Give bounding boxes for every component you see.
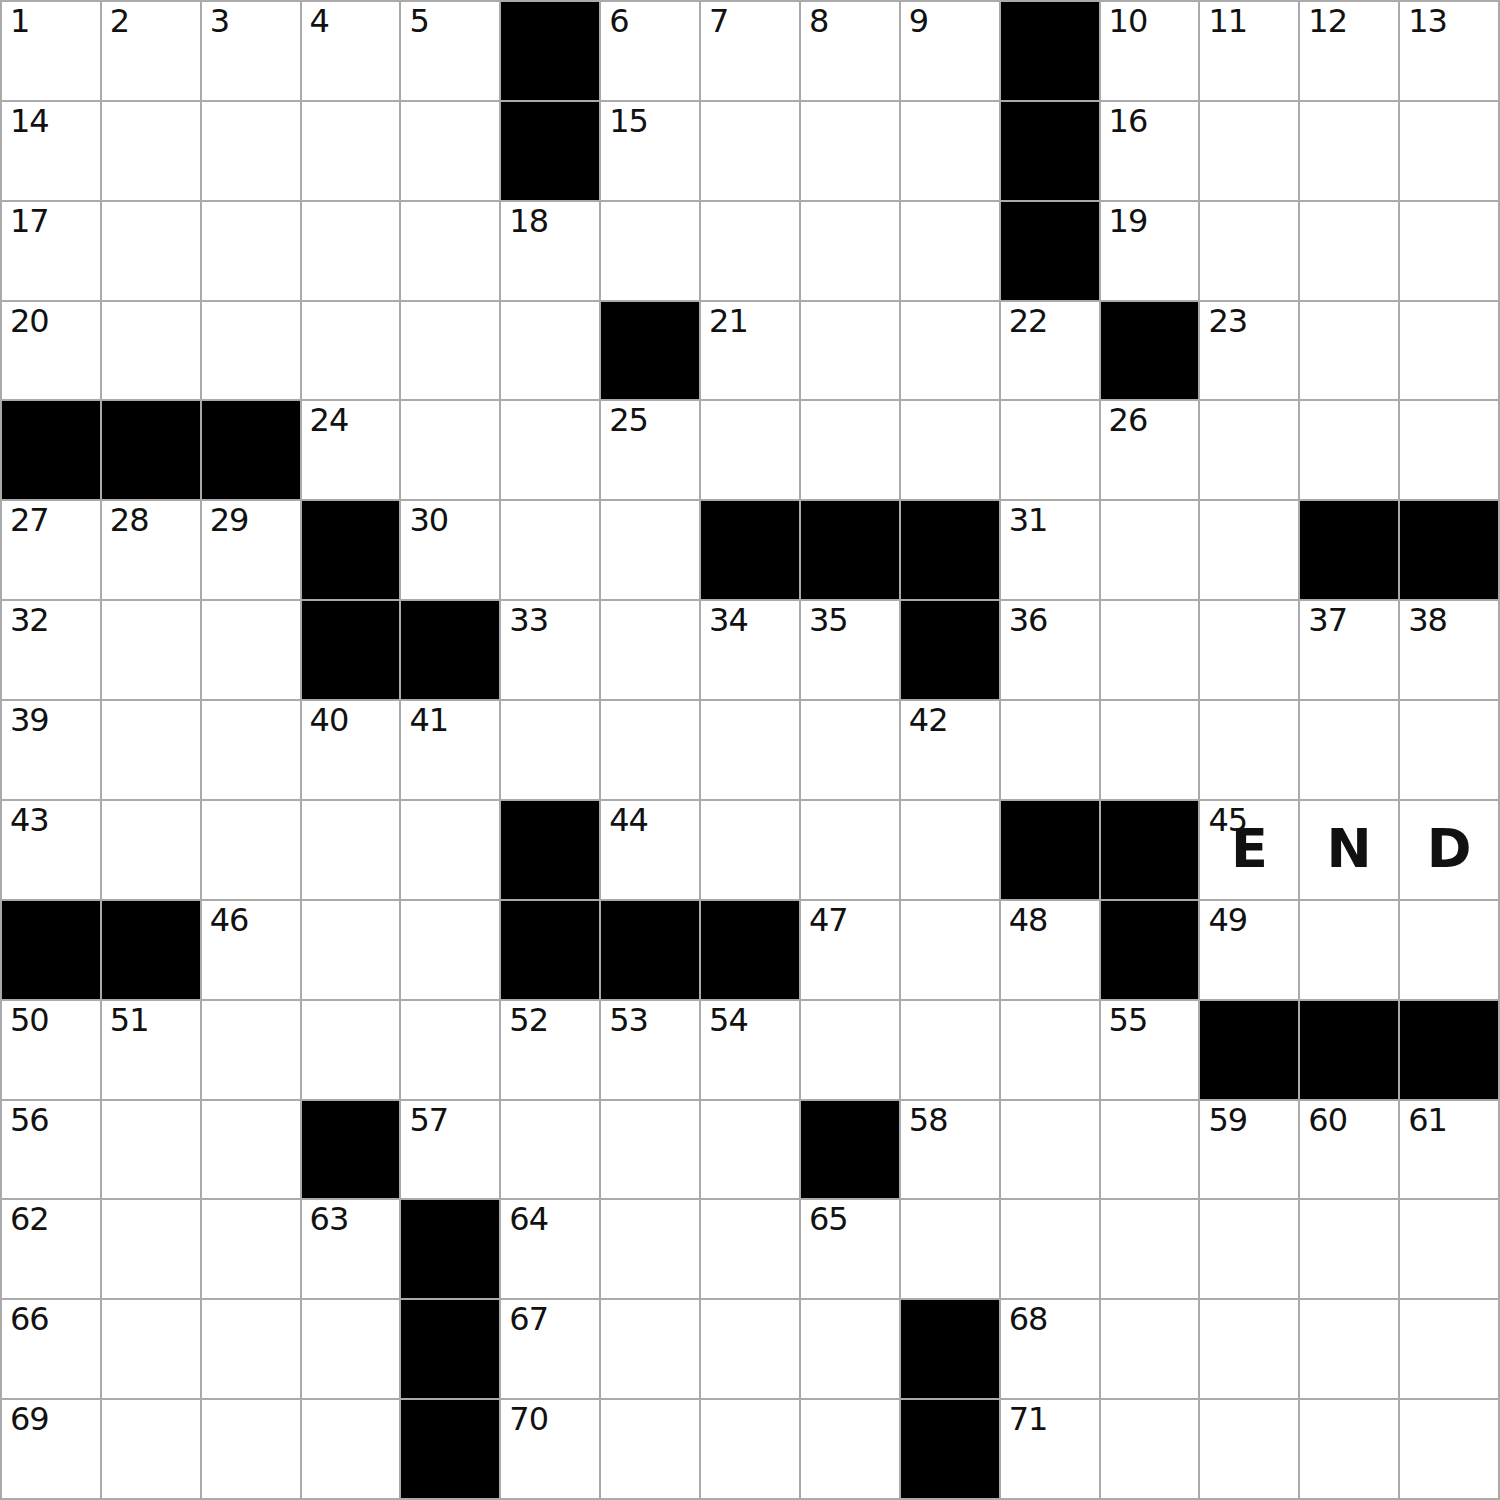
white-cell[interactable]: 56 <box>2 1101 100 1199</box>
clue-number: 36 <box>1009 603 1048 638</box>
clue-number: 66 <box>10 1302 49 1337</box>
white-cell[interactable]: 6 <box>601 2 699 100</box>
white-cell[interactable] <box>701 801 799 899</box>
white-cell[interactable] <box>1300 1400 1398 1498</box>
white-cell[interactable] <box>501 1101 599 1199</box>
white-cell[interactable] <box>1001 401 1099 499</box>
white-cell[interactable] <box>401 801 499 899</box>
white-cell[interactable] <box>1101 501 1199 599</box>
white-cell[interactable] <box>601 1400 699 1498</box>
white-cell[interactable] <box>1300 401 1398 499</box>
white-cell[interactable]: 45E <box>1200 801 1298 899</box>
white-cell[interactable] <box>601 701 699 799</box>
white-cell[interactable] <box>202 1101 300 1199</box>
clue-number: 50 <box>10 1003 49 1038</box>
clue-number: 21 <box>709 304 748 339</box>
white-cell[interactable]: 47 <box>801 901 899 999</box>
clue-number: 40 <box>310 703 349 738</box>
black-cell <box>1001 102 1099 200</box>
white-cell[interactable] <box>1300 302 1398 400</box>
white-cell[interactable]: 15 <box>601 102 699 200</box>
clue-number: 44 <box>609 803 648 838</box>
clue-number: 39 <box>10 703 49 738</box>
black-cell <box>801 501 899 599</box>
white-cell[interactable]: 64 <box>501 1200 599 1298</box>
clue-number: 64 <box>509 1202 548 1237</box>
white-cell[interactable] <box>1400 1300 1498 1398</box>
white-cell[interactable]: 60 <box>1300 1101 1398 1199</box>
white-cell[interactable]: 3 <box>202 2 300 100</box>
white-cell[interactable] <box>901 302 999 400</box>
black-cell <box>501 102 599 200</box>
white-cell[interactable]: 38 <box>1400 601 1498 699</box>
white-cell[interactable] <box>701 1300 799 1398</box>
white-cell[interactable]: 8 <box>801 2 899 100</box>
white-cell[interactable]: 22 <box>1001 302 1099 400</box>
black-cell <box>501 901 599 999</box>
white-cell[interactable] <box>601 1200 699 1298</box>
white-cell[interactable]: 11 <box>1200 2 1298 100</box>
white-cell[interactable]: 66 <box>2 1300 100 1398</box>
clue-number: 13 <box>1408 4 1447 39</box>
white-cell[interactable] <box>202 1300 300 1398</box>
white-cell[interactable]: 35 <box>801 601 899 699</box>
white-cell[interactable]: 4 <box>302 2 400 100</box>
cell-letter: E <box>1231 817 1268 880</box>
black-cell <box>302 1101 400 1199</box>
white-cell[interactable]: 53 <box>601 1001 699 1099</box>
white-cell[interactable] <box>801 801 899 899</box>
white-cell[interactable] <box>1300 102 1398 200</box>
black-cell <box>501 801 599 899</box>
white-cell[interactable]: 49 <box>1200 901 1298 999</box>
clue-number: 68 <box>1009 1302 1048 1337</box>
clue-number: 32 <box>10 603 49 638</box>
clue-number: 60 <box>1308 1103 1347 1138</box>
white-cell[interactable] <box>1101 1101 1199 1199</box>
black-cell <box>1400 501 1498 599</box>
clue-number: 51 <box>110 1003 149 1038</box>
white-cell[interactable] <box>1300 1300 1398 1398</box>
clue-number: 62 <box>10 1202 49 1237</box>
white-cell[interactable] <box>1200 601 1298 699</box>
clue-number: 18 <box>509 204 548 239</box>
clue-number: 27 <box>10 503 49 538</box>
white-cell[interactable]: 50 <box>2 1001 100 1099</box>
white-cell[interactable] <box>1400 701 1498 799</box>
white-cell[interactable] <box>302 202 400 300</box>
white-cell[interactable] <box>601 601 699 699</box>
white-cell[interactable] <box>302 1400 400 1498</box>
black-cell <box>1001 801 1099 899</box>
white-cell[interactable]: 28 <box>102 501 200 599</box>
cell-letter: N <box>1327 817 1372 880</box>
black-cell <box>1200 1001 1298 1099</box>
white-cell[interactable] <box>102 601 200 699</box>
white-cell[interactable]: 16 <box>1101 102 1199 200</box>
white-cell[interactable] <box>1101 701 1199 799</box>
white-cell[interactable] <box>1400 202 1498 300</box>
white-cell[interactable]: 63 <box>302 1200 400 1298</box>
white-cell[interactable]: 44 <box>601 801 699 899</box>
white-cell[interactable] <box>1300 1200 1398 1298</box>
white-cell[interactable]: 65 <box>801 1200 899 1298</box>
white-cell[interactable]: 33 <box>501 601 599 699</box>
white-cell[interactable]: D <box>1400 801 1498 899</box>
clue-number: 9 <box>909 4 928 39</box>
clue-number: 8 <box>809 4 828 39</box>
white-cell[interactable] <box>401 401 499 499</box>
white-cell[interactable] <box>901 1001 999 1099</box>
clue-number: 24 <box>310 403 349 438</box>
clue-number: 20 <box>10 304 49 339</box>
white-cell[interactable]: 43 <box>2 801 100 899</box>
black-cell <box>1400 1001 1498 1099</box>
white-cell[interactable] <box>102 202 200 300</box>
clue-number: 47 <box>809 903 848 938</box>
white-cell[interactable]: 9 <box>901 2 999 100</box>
white-cell[interactable] <box>202 801 300 899</box>
white-cell[interactable]: 24 <box>302 401 400 499</box>
clue-number: 59 <box>1208 1103 1247 1138</box>
black-cell <box>1300 1001 1398 1099</box>
black-cell <box>901 1400 999 1498</box>
clue-number: 58 <box>909 1103 948 1138</box>
white-cell[interactable] <box>701 1200 799 1298</box>
white-cell[interactable]: 14 <box>2 102 100 200</box>
white-cell[interactable] <box>701 401 799 499</box>
clue-number: 6 <box>609 4 628 39</box>
black-cell <box>1101 302 1199 400</box>
clue-number: 25 <box>609 403 648 438</box>
white-cell[interactable]: 67 <box>501 1300 599 1398</box>
clue-number: 65 <box>809 1202 848 1237</box>
black-cell <box>302 601 400 699</box>
black-cell <box>102 401 200 499</box>
clue-number: 4 <box>310 4 329 39</box>
white-cell[interactable] <box>1101 601 1199 699</box>
white-cell[interactable] <box>601 202 699 300</box>
white-cell[interactable] <box>901 901 999 999</box>
black-cell <box>401 1400 499 1498</box>
black-cell <box>701 901 799 999</box>
white-cell[interactable] <box>901 202 999 300</box>
clue-number: 46 <box>210 903 249 938</box>
white-cell[interactable]: 54 <box>701 1001 799 1099</box>
clue-number: 70 <box>509 1402 548 1437</box>
clue-number: 43 <box>10 803 49 838</box>
clue-number: 3 <box>210 4 229 39</box>
white-cell[interactable] <box>1200 1200 1298 1298</box>
black-cell <box>401 1300 499 1398</box>
white-cell[interactable] <box>102 302 200 400</box>
clue-number: 26 <box>1109 403 1148 438</box>
white-cell[interactable] <box>1001 1101 1099 1199</box>
white-cell[interactable]: 12 <box>1300 2 1398 100</box>
white-cell[interactable] <box>202 102 300 200</box>
white-cell[interactable]: 25 <box>601 401 699 499</box>
white-cell[interactable]: 52 <box>501 1001 599 1099</box>
black-cell <box>1101 901 1199 999</box>
clue-number: 41 <box>409 703 448 738</box>
white-cell[interactable]: 41 <box>401 701 499 799</box>
white-cell[interactable] <box>1400 302 1498 400</box>
black-cell <box>601 901 699 999</box>
white-cell[interactable] <box>801 302 899 400</box>
white-cell[interactable] <box>701 1400 799 1498</box>
clue-number: 10 <box>1109 4 1148 39</box>
white-cell[interactable] <box>401 202 499 300</box>
white-cell[interactable]: 18 <box>501 202 599 300</box>
white-cell[interactable] <box>1400 901 1498 999</box>
white-cell[interactable] <box>1400 1400 1498 1498</box>
white-cell[interactable]: 48 <box>1001 901 1099 999</box>
clue-number: 37 <box>1308 603 1347 638</box>
white-cell[interactable] <box>302 1001 400 1099</box>
white-cell[interactable] <box>1300 202 1398 300</box>
black-cell <box>102 901 200 999</box>
clue-number: 63 <box>310 1202 349 1237</box>
black-cell <box>401 601 499 699</box>
clue-number: 29 <box>210 503 249 538</box>
white-cell[interactable] <box>801 1400 899 1498</box>
clue-number: 19 <box>1109 204 1148 239</box>
white-cell[interactable]: 27 <box>2 501 100 599</box>
black-cell <box>901 601 999 699</box>
black-cell <box>2 901 100 999</box>
white-cell[interactable] <box>1200 1300 1298 1398</box>
white-cell[interactable] <box>701 1101 799 1199</box>
white-cell[interactable]: 55 <box>1101 1001 1199 1099</box>
clue-number: 2 <box>110 4 129 39</box>
white-cell[interactable]: 23 <box>1200 302 1298 400</box>
white-cell[interactable] <box>601 501 699 599</box>
white-cell[interactable] <box>302 901 400 999</box>
black-cell <box>1101 801 1199 899</box>
white-cell[interactable] <box>501 302 599 400</box>
black-cell <box>801 1101 899 1199</box>
white-cell[interactable] <box>1001 1200 1099 1298</box>
white-cell[interactable] <box>1101 1300 1199 1398</box>
clue-number: 42 <box>909 703 948 738</box>
clue-number: 49 <box>1208 903 1247 938</box>
white-cell[interactable] <box>1001 1001 1099 1099</box>
white-cell[interactable] <box>1101 1200 1199 1298</box>
white-cell[interactable] <box>701 701 799 799</box>
white-cell[interactable] <box>1400 102 1498 200</box>
black-cell <box>202 401 300 499</box>
cell-letter: D <box>1427 817 1472 880</box>
white-cell[interactable]: 2 <box>102 2 200 100</box>
white-cell[interactable] <box>401 901 499 999</box>
white-cell[interactable] <box>302 1300 400 1398</box>
clue-number: 34 <box>709 603 748 638</box>
clue-number: 55 <box>1109 1003 1148 1038</box>
black-cell <box>401 1200 499 1298</box>
white-cell[interactable] <box>1200 701 1298 799</box>
clue-number: 35 <box>809 603 848 638</box>
white-cell[interactable] <box>701 202 799 300</box>
clue-number: 1 <box>10 4 29 39</box>
white-cell[interactable] <box>202 601 300 699</box>
white-cell[interactable]: 46 <box>202 901 300 999</box>
white-cell[interactable]: 31 <box>1001 501 1099 599</box>
black-cell <box>2 401 100 499</box>
white-cell[interactable]: 68 <box>1001 1300 1099 1398</box>
clue-number: 31 <box>1009 503 1048 538</box>
white-cell[interactable]: 70 <box>501 1400 599 1498</box>
white-cell[interactable] <box>102 1101 200 1199</box>
white-cell[interactable] <box>1400 1200 1498 1298</box>
white-cell[interactable] <box>302 801 400 899</box>
white-cell[interactable] <box>1200 501 1298 599</box>
white-cell[interactable]: 19 <box>1101 202 1199 300</box>
white-cell[interactable] <box>1200 102 1298 200</box>
black-cell <box>601 302 699 400</box>
black-cell <box>1001 2 1099 100</box>
white-cell[interactable]: 34 <box>701 601 799 699</box>
white-cell[interactable]: 1 <box>2 2 100 100</box>
clue-number: 7 <box>709 4 728 39</box>
white-cell[interactable] <box>801 701 899 799</box>
white-cell[interactable]: 20 <box>2 302 100 400</box>
clue-number: 61 <box>1408 1103 1447 1138</box>
white-cell[interactable]: 39 <box>2 701 100 799</box>
white-cell[interactable]: N <box>1300 801 1398 899</box>
clue-number: 38 <box>1408 603 1447 638</box>
clue-number: 48 <box>1009 903 1048 938</box>
clue-number: 16 <box>1109 104 1148 139</box>
white-cell[interactable]: 42 <box>901 701 999 799</box>
white-cell[interactable] <box>801 102 899 200</box>
white-cell[interactable] <box>1200 202 1298 300</box>
clue-number: 53 <box>609 1003 648 1038</box>
white-cell[interactable] <box>401 302 499 400</box>
white-cell[interactable] <box>202 1001 300 1099</box>
white-cell[interactable] <box>302 102 400 200</box>
white-cell[interactable] <box>501 701 599 799</box>
white-cell[interactable] <box>202 701 300 799</box>
white-cell[interactable] <box>102 701 200 799</box>
white-cell[interactable] <box>1200 1400 1298 1498</box>
white-cell[interactable]: 13 <box>1400 2 1498 100</box>
white-cell[interactable]: 5 <box>401 2 499 100</box>
clue-number: 22 <box>1009 304 1048 339</box>
white-cell[interactable] <box>302 302 400 400</box>
crossword-board: 1234567891011121314151617181920212223242… <box>0 0 1500 1500</box>
white-cell[interactable]: 58 <box>901 1101 999 1199</box>
white-cell[interactable]: 36 <box>1001 601 1099 699</box>
white-cell[interactable]: 69 <box>2 1400 100 1498</box>
white-cell[interactable]: 51 <box>102 1001 200 1099</box>
black-cell <box>501 2 599 100</box>
white-cell[interactable] <box>901 102 999 200</box>
white-cell[interactable] <box>1001 701 1099 799</box>
white-cell[interactable] <box>801 1001 899 1099</box>
clue-number: 17 <box>10 204 49 239</box>
white-cell[interactable] <box>202 202 300 300</box>
clue-number: 5 <box>409 4 428 39</box>
black-cell <box>1001 202 1099 300</box>
clue-number: 71 <box>1009 1402 1048 1437</box>
clue-number: 54 <box>709 1003 748 1038</box>
white-cell[interactable]: 59 <box>1200 1101 1298 1199</box>
white-cell[interactable] <box>801 202 899 300</box>
clue-number: 56 <box>10 1103 49 1138</box>
white-cell[interactable]: 30 <box>401 501 499 599</box>
black-cell <box>901 1300 999 1398</box>
white-cell[interactable] <box>601 1101 699 1199</box>
white-cell[interactable] <box>102 102 200 200</box>
white-cell[interactable]: 40 <box>302 701 400 799</box>
black-cell <box>701 501 799 599</box>
white-cell[interactable]: 21 <box>701 302 799 400</box>
clue-number: 15 <box>609 104 648 139</box>
clue-number: 23 <box>1208 304 1247 339</box>
white-cell[interactable]: 37 <box>1300 601 1398 699</box>
clue-number: 57 <box>409 1103 448 1138</box>
clue-number: 12 <box>1308 4 1347 39</box>
white-cell[interactable]: 7 <box>701 2 799 100</box>
white-cell[interactable]: 71 <box>1001 1400 1099 1498</box>
clue-number: 69 <box>10 1402 49 1437</box>
white-cell[interactable] <box>901 1200 999 1298</box>
white-cell[interactable] <box>801 1300 899 1398</box>
white-cell[interactable]: 61 <box>1400 1101 1498 1199</box>
clue-number: 11 <box>1208 4 1247 39</box>
white-cell[interactable] <box>1300 701 1398 799</box>
white-cell[interactable]: 26 <box>1101 401 1199 499</box>
white-cell[interactable] <box>102 1400 200 1498</box>
clue-number: 52 <box>509 1003 548 1038</box>
clue-number: 28 <box>110 503 149 538</box>
white-cell[interactable]: 10 <box>1101 2 1199 100</box>
white-cell[interactable] <box>102 801 200 899</box>
white-cell[interactable] <box>501 501 599 599</box>
white-cell[interactable] <box>801 401 899 499</box>
white-cell[interactable] <box>1101 1400 1199 1498</box>
white-cell[interactable]: 17 <box>2 202 100 300</box>
clue-number: 14 <box>10 104 49 139</box>
white-cell[interactable] <box>1400 401 1498 499</box>
clue-number: 67 <box>509 1302 548 1337</box>
white-cell[interactable] <box>701 102 799 200</box>
white-cell[interactable] <box>1200 401 1298 499</box>
white-cell[interactable]: 62 <box>2 1200 100 1298</box>
white-cell[interactable]: 29 <box>202 501 300 599</box>
white-cell[interactable] <box>202 1200 300 1298</box>
white-cell[interactable] <box>401 102 499 200</box>
white-cell[interactable]: 32 <box>2 601 100 699</box>
black-cell <box>1300 501 1398 599</box>
white-cell[interactable] <box>901 801 999 899</box>
white-cell[interactable] <box>601 1300 699 1398</box>
white-cell[interactable]: 57 <box>401 1101 499 1199</box>
white-cell[interactable] <box>102 1200 200 1298</box>
white-cell[interactable] <box>202 302 300 400</box>
clue-number: 30 <box>409 503 448 538</box>
white-cell[interactable] <box>202 1400 300 1498</box>
white-cell[interactable] <box>501 401 599 499</box>
white-cell[interactable] <box>401 1001 499 1099</box>
black-cell <box>302 501 400 599</box>
clue-number: 33 <box>509 603 548 638</box>
white-cell[interactable] <box>901 401 999 499</box>
black-cell <box>901 501 999 599</box>
white-cell[interactable] <box>1300 901 1398 999</box>
white-cell[interactable] <box>102 1300 200 1398</box>
